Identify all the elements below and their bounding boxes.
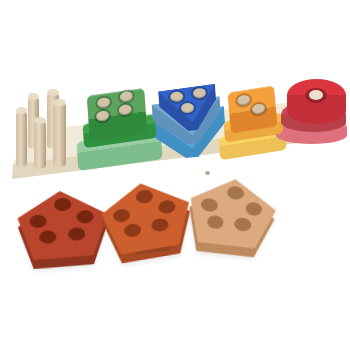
pentagon-hole (206, 215, 224, 230)
peg-cap-in-hole (252, 103, 266, 115)
peg-cap-in-hole (118, 104, 132, 116)
pentagon-piece-beige (182, 173, 279, 265)
pentagon-hole (227, 185, 245, 200)
pentagon-hole (124, 223, 142, 238)
bare-peg (16, 110, 27, 166)
pentagon-hole (234, 217, 252, 232)
orange-rectangle-tier-top (227, 85, 277, 133)
peg-cap-in-hole (309, 90, 323, 100)
pentagon-hole (67, 228, 85, 241)
pentagon-hole (76, 210, 94, 223)
pentagon-top-face (184, 173, 280, 254)
base-board-front-edge (0, 0, 350, 350)
bare-peg (53, 102, 66, 166)
pentagon-hole (200, 197, 218, 212)
toy-photo-scene (0, 0, 350, 350)
pentagon-hole (158, 200, 176, 215)
bare-peg (34, 120, 46, 168)
pentagon-hole (39, 231, 57, 244)
pentagon-top-face (17, 189, 109, 260)
pentagon-hole (245, 202, 263, 217)
pentagon-hole (113, 208, 131, 223)
peg-cap-in-hole (97, 97, 111, 109)
green-square-tier-top (87, 88, 148, 141)
pentagon-piece-terracotta (99, 178, 196, 265)
pentagon-hole (29, 215, 47, 228)
blue-triangle-tier-top (155, 83, 220, 133)
base-board-top (0, 0, 350, 350)
pentagon-piece-rust-red (17, 189, 110, 270)
peg-cap-in-hole (119, 91, 133, 103)
peg-cap-in-hole (237, 94, 251, 106)
pentagon-hole (135, 189, 153, 204)
pentagon-hole (151, 218, 169, 233)
peg-cap-in-hole (96, 110, 110, 122)
pentagon-hole (54, 198, 72, 211)
